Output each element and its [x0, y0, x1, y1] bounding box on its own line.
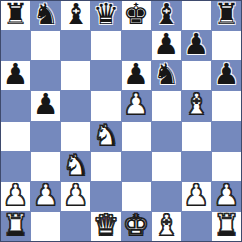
- white-queen: ♛: [93, 212, 119, 240]
- black-rook: ♜: [3, 1, 29, 29]
- white-pawn: ♟: [213, 182, 239, 210]
- square-d7[interactable]: [91, 31, 120, 60]
- black-king: ♚: [123, 1, 149, 29]
- square-b8[interactable]: ♞: [31, 1, 60, 30]
- black-pawn: ♟: [153, 31, 179, 59]
- square-e2[interactable]: [122, 182, 151, 211]
- square-f4[interactable]: [152, 122, 181, 151]
- square-c4[interactable]: [61, 122, 90, 151]
- white-pawn: ♟: [33, 182, 59, 210]
- square-a4[interactable]: [1, 122, 30, 151]
- square-g2[interactable]: ♟: [182, 182, 211, 211]
- black-queen: ♛: [93, 1, 119, 29]
- square-c7[interactable]: [61, 31, 90, 60]
- black-pawn: ♟: [3, 61, 29, 89]
- square-c3[interactable]: ♞: [61, 152, 90, 181]
- square-e7[interactable]: [122, 31, 151, 60]
- white-rook: ♜: [3, 212, 29, 240]
- square-h1[interactable]: ♜: [212, 212, 241, 241]
- square-d2[interactable]: [91, 182, 120, 211]
- square-c5[interactable]: [61, 91, 90, 120]
- square-g3[interactable]: [182, 152, 211, 181]
- square-b6[interactable]: [31, 61, 60, 90]
- square-d4[interactable]: ♞: [91, 122, 120, 151]
- square-g5[interactable]: ♝: [182, 91, 211, 120]
- white-pawn: ♟: [123, 91, 149, 119]
- square-b1[interactable]: [31, 212, 60, 241]
- white-pawn: ♟: [183, 182, 209, 210]
- square-d8[interactable]: ♛: [91, 1, 120, 30]
- square-g1[interactable]: [182, 212, 211, 241]
- white-bishop: ♝: [183, 91, 209, 119]
- square-d6[interactable]: [91, 61, 120, 90]
- square-f8[interactable]: ♝: [152, 1, 181, 30]
- square-g7[interactable]: ♟: [182, 31, 211, 60]
- square-e6[interactable]: ♟: [122, 61, 151, 90]
- square-a2[interactable]: ♟: [1, 182, 30, 211]
- square-a1[interactable]: ♜: [1, 212, 30, 241]
- square-e4[interactable]: [122, 122, 151, 151]
- white-pawn: ♟: [3, 182, 29, 210]
- square-e8[interactable]: ♚: [122, 1, 151, 30]
- square-h6[interactable]: ♟: [212, 61, 241, 90]
- square-e3[interactable]: [122, 152, 151, 181]
- square-g6[interactable]: [182, 61, 211, 90]
- square-a5[interactable]: [1, 91, 30, 120]
- chess-board-wrapper: ♜♞♝♛♚♝♜♟♟♟♟♞♟♟♟♝♞♞♟♟♟♟♟♜♛♚♝♜: [0, 0, 242, 242]
- square-a6[interactable]: ♟: [1, 61, 30, 90]
- square-f7[interactable]: ♟: [152, 31, 181, 60]
- square-g4[interactable]: [182, 122, 211, 151]
- white-knight: ♞: [63, 152, 89, 180]
- chess-board: ♜♞♝♛♚♝♜♟♟♟♟♞♟♟♟♝♞♞♟♟♟♟♟♜♛♚♝♜: [0, 0, 242, 242]
- white-bishop: ♝: [153, 212, 179, 240]
- square-f5[interactable]: [152, 91, 181, 120]
- black-bishop: ♝: [153, 1, 179, 29]
- square-f1[interactable]: ♝: [152, 212, 181, 241]
- square-f3[interactable]: [152, 152, 181, 181]
- black-bishop: ♝: [63, 1, 89, 29]
- square-f2[interactable]: [152, 182, 181, 211]
- square-b4[interactable]: [31, 122, 60, 151]
- square-e5[interactable]: ♟: [122, 91, 151, 120]
- white-rook: ♜: [213, 212, 239, 240]
- square-g8[interactable]: [182, 1, 211, 30]
- white-knight: ♞: [93, 122, 119, 150]
- square-c8[interactable]: ♝: [61, 1, 90, 30]
- square-a3[interactable]: [1, 152, 30, 181]
- square-a8[interactable]: ♜: [1, 1, 30, 30]
- square-h5[interactable]: [212, 91, 241, 120]
- square-h4[interactable]: [212, 122, 241, 151]
- black-knight: ♞: [33, 1, 59, 29]
- black-rook: ♜: [213, 1, 239, 29]
- square-b3[interactable]: [31, 152, 60, 181]
- square-f6[interactable]: ♞: [152, 61, 181, 90]
- square-h3[interactable]: [212, 152, 241, 181]
- black-pawn: ♟: [33, 91, 59, 119]
- square-c6[interactable]: [61, 61, 90, 90]
- black-pawn: ♟: [183, 31, 209, 59]
- white-king: ♚: [123, 212, 149, 240]
- black-knight: ♞: [153, 61, 179, 89]
- square-h7[interactable]: [212, 31, 241, 60]
- square-d1[interactable]: ♛: [91, 212, 120, 241]
- square-a7[interactable]: [1, 31, 30, 60]
- square-c1[interactable]: [61, 212, 90, 241]
- square-h8[interactable]: ♜: [212, 1, 241, 30]
- square-b5[interactable]: ♟: [31, 91, 60, 120]
- square-h2[interactable]: ♟: [212, 182, 241, 211]
- black-pawn: ♟: [213, 61, 239, 89]
- square-b7[interactable]: [31, 31, 60, 60]
- square-b2[interactable]: ♟: [31, 182, 60, 211]
- square-d5[interactable]: [91, 91, 120, 120]
- black-pawn: ♟: [123, 61, 149, 89]
- square-d3[interactable]: [91, 152, 120, 181]
- square-e1[interactable]: ♚: [122, 212, 151, 241]
- white-pawn: ♟: [63, 182, 89, 210]
- square-c2[interactable]: ♟: [61, 182, 90, 211]
